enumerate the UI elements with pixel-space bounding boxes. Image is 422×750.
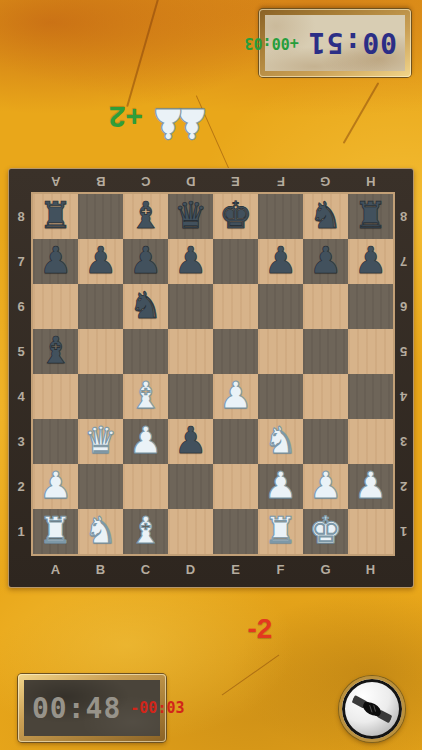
file-labels-bottom: ABCDEFGH [33,554,393,584]
square-d3[interactable]: ♟ [168,419,213,464]
piece-wR-f1[interactable]: ♜ [258,509,303,553]
square-d7[interactable]: ♟ [168,239,213,284]
square-a8[interactable]: ♜ [33,194,78,239]
square-f7[interactable]: ♟ [258,239,303,284]
rank-label: 7 [9,239,33,284]
square-f4[interactable] [258,374,303,419]
handshake-icon [348,689,396,728]
piece-wP-c3[interactable]: ♟ [123,419,168,463]
board-squares: ♜♝♛♚♞♜♟♟♟♟♟♟♟♞♝♝♟♛♟♟♞♟♟♟♟♜♞♝♜♚ [33,194,393,554]
file-label: E [213,169,258,194]
player-clock-face: 00:48 -00:03 [24,680,160,736]
square-e1[interactable] [213,509,258,554]
square-g7[interactable]: ♟ [303,239,348,284]
square-h6[interactable] [348,284,393,329]
rank-label: 1 [393,509,415,554]
rank-label: 8 [9,194,33,239]
opponent-time: 00:51 [308,27,397,60]
square-b4[interactable] [78,374,123,419]
rank-label: 5 [9,329,33,374]
square-f2[interactable]: ♟ [258,464,303,509]
piece-bP-c7[interactable]: ♟ [123,239,168,283]
draw-offer-button[interactable] [339,676,405,742]
file-labels-top: ABCDEFGH [33,169,393,194]
square-d1[interactable] [168,509,213,554]
piece-bB-c8[interactable]: ♝ [123,194,168,238]
piece-bP-g7[interactable]: ♟ [303,239,348,283]
square-f6[interactable] [258,284,303,329]
file-label: C [123,169,168,194]
piece-bK-e8[interactable]: ♚ [213,194,258,238]
square-f1[interactable]: ♜ [258,509,303,554]
opponent-material-score: +2 [100,100,152,134]
square-e4[interactable]: ♟ [213,374,258,419]
square-e3[interactable] [213,419,258,464]
square-a1[interactable]: ♜ [33,509,78,554]
file-label: H [348,554,393,584]
background-crack [126,0,160,107]
square-g8[interactable]: ♞ [303,194,348,239]
square-g3[interactable] [303,419,348,464]
file-label: F [258,169,303,194]
piece-bP-f7[interactable]: ♟ [258,239,303,283]
file-label: B [78,169,123,194]
player-time: 00:48 [32,692,121,725]
square-a7[interactable]: ♟ [33,239,78,284]
file-label: G [303,554,348,584]
piece-bB-a5[interactable]: ♝ [33,329,78,373]
square-h2[interactable]: ♟ [348,464,393,509]
square-b5[interactable] [78,329,123,374]
square-d6[interactable] [168,284,213,329]
square-d5[interactable] [168,329,213,374]
square-f3[interactable]: ♞ [258,419,303,464]
square-b2[interactable] [78,464,123,509]
opponent-captured-tray: ♟♟ [156,94,218,146]
square-c5[interactable] [123,329,168,374]
background-crack [343,82,380,144]
square-h4[interactable] [348,374,393,419]
rank-label: 3 [393,419,415,464]
file-label: A [33,554,78,584]
square-b1[interactable]: ♞ [78,509,123,554]
square-h8[interactable]: ♜ [348,194,393,239]
square-c6[interactable]: ♞ [123,284,168,329]
rank-label: 1 [9,509,33,554]
square-g2[interactable]: ♟ [303,464,348,509]
rank-label: 4 [9,374,33,419]
piece-wP-g2[interactable]: ♟ [303,464,348,508]
file-label: G [303,169,348,194]
rank-label: 8 [393,194,415,239]
piece-wP-h2[interactable]: ♟ [348,464,393,508]
piece-bP-b7[interactable]: ♟ [78,239,123,283]
opponent-clock: 00:51 +00:03 [259,9,411,77]
captured-piece-wP: ♟ [163,94,187,146]
square-f5[interactable] [258,329,303,374]
square-b3[interactable]: ♛ [78,419,123,464]
rank-label: 3 [9,419,33,464]
rank-label: 6 [393,284,415,329]
square-a5[interactable]: ♝ [33,329,78,374]
square-h7[interactable]: ♟ [348,239,393,284]
square-c3[interactable]: ♟ [123,419,168,464]
file-label: C [123,554,168,584]
player-time-delta: -00:03 [130,699,184,717]
square-c2[interactable] [123,464,168,509]
square-d4[interactable] [168,374,213,419]
opponent-clock-face: 00:51 +00:03 [265,15,405,71]
rank-label: 7 [393,239,415,284]
piece-wP-a2[interactable]: ♟ [33,464,78,508]
piece-bP-h7[interactable]: ♟ [348,239,393,283]
square-b8[interactable] [78,194,123,239]
piece-wP-e4[interactable]: ♟ [213,374,258,418]
file-label: A [33,169,78,194]
file-label: E [213,554,258,584]
piece-bQ-d8[interactable]: ♛ [168,194,213,238]
square-g4[interactable] [303,374,348,419]
square-a4[interactable] [33,374,78,419]
file-label: B [78,554,123,584]
piece-wP-f2[interactable]: ♟ [258,464,303,508]
square-b6[interactable] [78,284,123,329]
rank-label: 6 [9,284,33,329]
piece-bN-g8[interactable]: ♞ [303,194,348,238]
square-c4[interactable]: ♝ [123,374,168,419]
square-g1[interactable]: ♚ [303,509,348,554]
rank-label: 5 [393,329,415,374]
square-h3[interactable] [348,419,393,464]
square-h1[interactable] [348,509,393,554]
chess-board: ABCDEFGH 87654321 87654321 ABCDEFGH ♜♝♛♚… [8,168,414,588]
rank-labels-left: 87654321 [9,194,33,554]
captured-piece-wP: ♟ [187,94,211,146]
square-a6[interactable] [33,284,78,329]
piece-wR-a1[interactable]: ♜ [33,509,78,553]
piece-wB-c1[interactable]: ♝ [123,509,168,553]
square-e6[interactable] [213,284,258,329]
rank-label: 2 [393,464,415,509]
chess-app-screen: 00:51 +00:03 +2 ♟♟ ABCDEFGH 87654321 876… [0,0,422,750]
piece-bP-a7[interactable]: ♟ [33,239,78,283]
square-c7[interactable]: ♟ [123,239,168,284]
piece-wB-c4[interactable]: ♝ [123,374,168,418]
piece-wN-f3[interactable]: ♞ [258,419,303,463]
rank-label: 2 [9,464,33,509]
piece-bR-a8[interactable]: ♜ [33,194,78,238]
file-label: D [168,169,213,194]
square-b7[interactable]: ♟ [78,239,123,284]
player-material-score: -2 [238,613,282,645]
file-label: D [168,554,213,584]
square-c1[interactable]: ♝ [123,509,168,554]
square-e8[interactable]: ♚ [213,194,258,239]
file-label: F [258,554,303,584]
square-a3[interactable] [33,419,78,464]
piece-bN-c6[interactable]: ♞ [123,284,168,328]
piece-bP-d3[interactable]: ♟ [168,419,213,463]
piece-bR-h8[interactable]: ♜ [348,194,393,238]
square-g5[interactable] [303,329,348,374]
square-e7[interactable] [213,239,258,284]
square-d2[interactable] [168,464,213,509]
square-d8[interactable]: ♛ [168,194,213,239]
opponent-time-delta: +00:03 [245,34,299,52]
square-a2[interactable]: ♟ [33,464,78,509]
file-label: H [348,169,393,194]
square-f8[interactable] [258,194,303,239]
rank-labels-right: 87654321 [393,194,415,554]
square-e2[interactable] [213,464,258,509]
rank-label: 4 [393,374,415,419]
piece-wK-g1[interactable]: ♚ [303,509,348,553]
square-c8[interactable]: ♝ [123,194,168,239]
square-e5[interactable] [213,329,258,374]
player-clock: 00:48 -00:03 [18,674,166,742]
square-h5[interactable] [348,329,393,374]
piece-wN-b1[interactable]: ♞ [78,509,123,553]
square-g6[interactable] [303,284,348,329]
piece-wQ-b3[interactable]: ♛ [78,419,123,463]
background-crack [222,655,280,696]
piece-bP-d7[interactable]: ♟ [168,239,213,283]
